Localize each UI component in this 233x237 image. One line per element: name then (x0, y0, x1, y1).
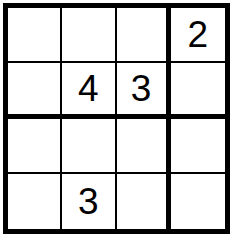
sudoku-cell-r4c3[interactable] (117, 174, 171, 229)
sudoku-cell-r1c1[interactable] (8, 8, 62, 63)
sudoku-page: 2 4 3 3 (0, 0, 233, 237)
sudoku-cell-r4c1[interactable] (8, 174, 62, 229)
sudoku-cell-r2c3[interactable]: 3 (117, 63, 171, 118)
sudoku-cell-r1c3[interactable] (117, 8, 171, 63)
sudoku-cell-r2c1[interactable] (8, 63, 62, 118)
sudoku-cell-r3c2[interactable] (62, 119, 116, 174)
sudoku-cell-r1c4[interactable]: 2 (171, 8, 225, 63)
sudoku-cell-r3c1[interactable] (8, 119, 62, 174)
sudoku-cell-r2c2[interactable]: 4 (62, 63, 116, 118)
sudoku-cell-r4c2[interactable]: 3 (62, 174, 116, 229)
sudoku-board: 2 4 3 3 (3, 3, 230, 234)
sudoku-cell-r1c2[interactable] (62, 8, 116, 63)
sudoku-cell-r3c4[interactable] (171, 119, 225, 174)
sudoku-cell-r4c4[interactable] (171, 174, 225, 229)
sudoku-cell-r2c4[interactable] (171, 63, 225, 118)
sudoku-cell-r3c3[interactable] (117, 119, 171, 174)
